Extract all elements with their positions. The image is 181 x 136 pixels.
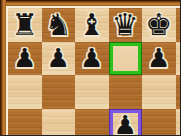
- square-e5[interactable]: [142, 109, 176, 136]
- square-f6[interactable]: [176, 75, 181, 109]
- black-king-piece[interactable]: ♚: [145, 8, 172, 42]
- square-e7[interactable]: ♟: [142, 42, 176, 76]
- black-bishop-piece[interactable]: ♝: [179, 8, 180, 42]
- black-pawn-piece[interactable]: ♟: [147, 42, 170, 76]
- chess-board: ♜♞♝♛♚♝♟♟♟♟♟♟: [6, 6, 180, 135]
- square-b7[interactable]: ♟: [42, 42, 76, 76]
- square-b5[interactable]: [42, 109, 76, 136]
- square-a6[interactable]: [8, 75, 42, 109]
- square-e6[interactable]: [142, 75, 176, 109]
- square-d8[interactable]: ♛: [109, 8, 143, 42]
- black-pawn-piece[interactable]: ♟: [80, 42, 103, 76]
- black-queen-piece[interactable]: ♛: [112, 8, 139, 42]
- black-bishop-piece[interactable]: ♝: [78, 8, 105, 42]
- square-f7[interactable]: ♟: [176, 42, 181, 76]
- square-c8[interactable]: ♝: [75, 8, 109, 42]
- square-c6[interactable]: [75, 75, 109, 109]
- black-pawn-piece[interactable]: ♟: [47, 42, 70, 76]
- square-f5[interactable]: [176, 109, 181, 136]
- square-c5[interactable]: [75, 109, 109, 136]
- black-pawn-piece[interactable]: ♟: [13, 42, 36, 76]
- black-knight-piece[interactable]: ♞: [45, 8, 72, 42]
- square-b6[interactable]: [42, 75, 76, 109]
- black-pawn-piece[interactable]: ♟: [114, 109, 137, 136]
- square-d5[interactable]: ♟: [109, 109, 143, 136]
- square-d6[interactable]: [109, 75, 143, 109]
- chess-game-screen: ♜♞♝♛♚♝♟♟♟♟♟♟: [0, 0, 180, 135]
- black-rook-piece[interactable]: ♜: [11, 8, 38, 42]
- square-a7[interactable]: ♟: [8, 42, 42, 76]
- square-c7[interactable]: ♟: [75, 42, 109, 76]
- square-a8[interactable]: ♜: [8, 8, 42, 42]
- square-a5[interactable]: [8, 109, 42, 136]
- square-d7[interactable]: [109, 42, 143, 76]
- square-b8[interactable]: ♞: [42, 8, 76, 42]
- square-e8[interactable]: ♚: [142, 8, 176, 42]
- square-f8[interactable]: ♝: [176, 8, 181, 42]
